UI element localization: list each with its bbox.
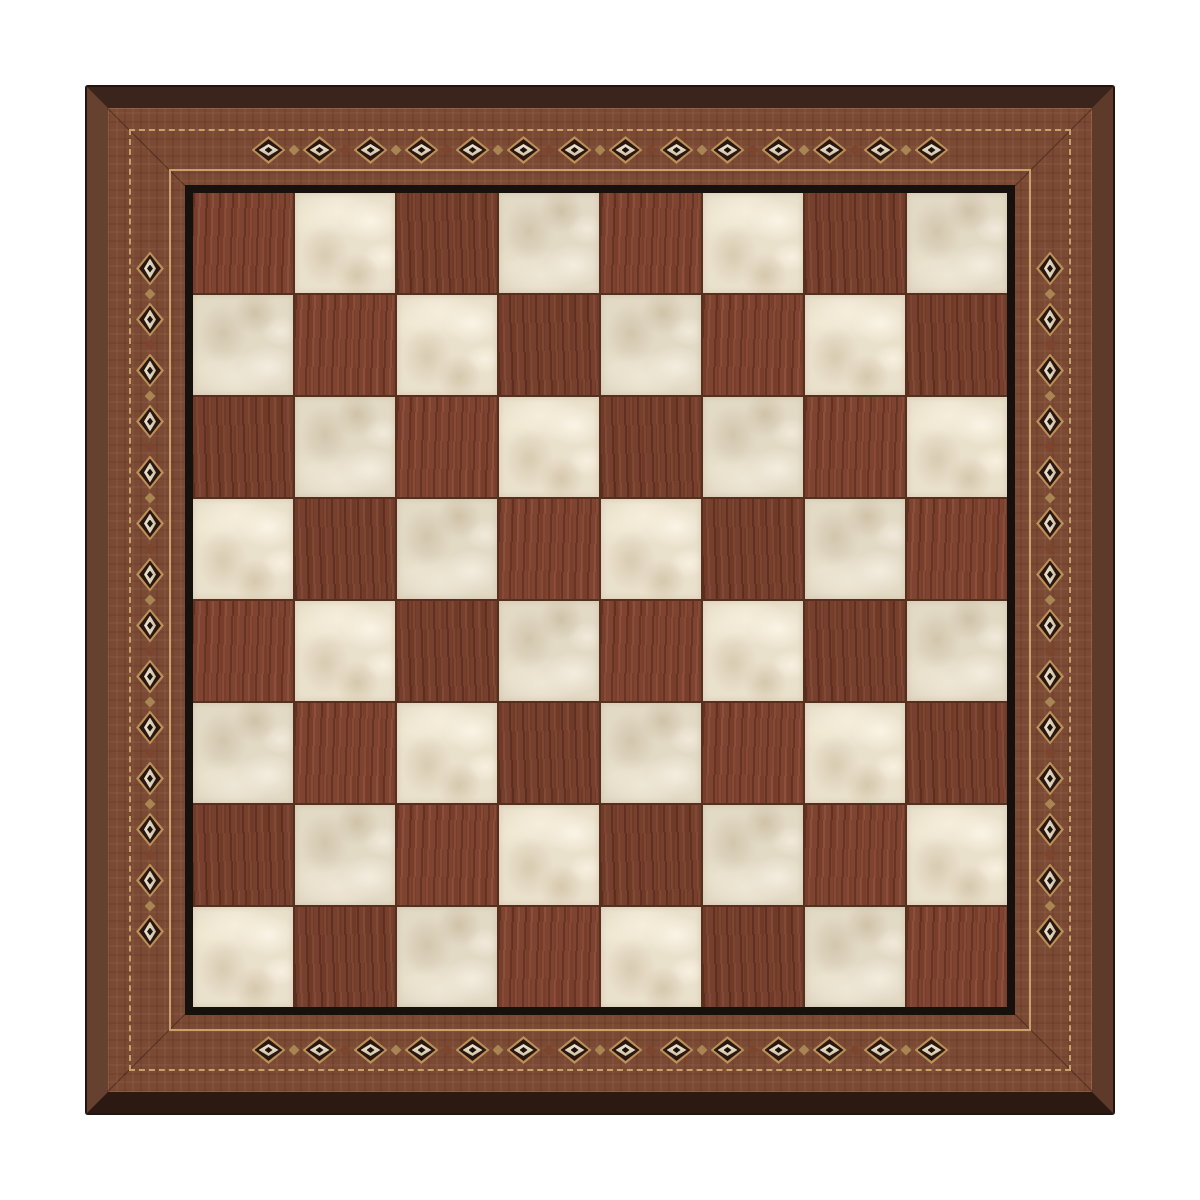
square-r5c6-light[interactable] [805,703,905,803]
square-r6c2-dark[interactable] [397,805,497,905]
square-r2c3-light[interactable] [499,397,599,497]
square-r1c3-dark[interactable] [499,295,599,395]
square-r3c1-dark[interactable] [295,499,395,599]
square-r6c7-light[interactable] [907,805,1007,905]
square-r0c1-light[interactable] [295,193,395,293]
squares-grid [193,193,1007,1007]
square-r5c3-dark[interactable] [499,703,599,803]
square-r2c7-light[interactable] [907,397,1007,497]
square-r6c3-light[interactable] [499,805,599,905]
square-r7c7-dark[interactable] [907,907,1007,1007]
square-r4c1-light[interactable] [295,601,395,701]
square-r2c0-dark[interactable] [193,397,293,497]
square-r2c4-dark[interactable] [601,397,701,497]
square-r7c2-light[interactable] [397,907,497,1007]
square-r4c7-light[interactable] [907,601,1007,701]
square-r2c1-light[interactable] [295,397,395,497]
square-r5c5-dark[interactable] [703,703,803,803]
square-r7c1-dark[interactable] [295,907,395,1007]
square-r1c1-dark[interactable] [295,295,395,395]
square-r5c0-light[interactable] [193,703,293,803]
square-r6c6-dark[interactable] [805,805,905,905]
square-r0c0-dark[interactable] [193,193,293,293]
square-r5c1-dark[interactable] [295,703,395,803]
square-r1c0-light[interactable] [193,295,293,395]
square-r4c5-light[interactable] [703,601,803,701]
square-r0c7-light[interactable] [907,193,1007,293]
square-r6c1-light[interactable] [295,805,395,905]
square-r1c7-dark[interactable] [907,295,1007,395]
square-r1c2-light[interactable] [397,295,497,395]
square-r3c5-dark[interactable] [703,499,803,599]
square-r6c4-dark[interactable] [601,805,701,905]
square-r1c6-light[interactable] [805,295,905,395]
square-r3c4-light[interactable] [601,499,701,599]
square-r0c2-dark[interactable] [397,193,497,293]
square-r7c3-dark[interactable] [499,907,599,1007]
square-r7c6-light[interactable] [805,907,905,1007]
square-r4c4-dark[interactable] [601,601,701,701]
square-r7c4-light[interactable] [601,907,701,1007]
square-r3c7-dark[interactable] [907,499,1007,599]
square-r2c2-dark[interactable] [397,397,497,497]
square-r4c2-dark[interactable] [397,601,497,701]
square-r7c0-light[interactable] [193,907,293,1007]
square-r5c7-dark[interactable] [907,703,1007,803]
square-r3c3-dark[interactable] [499,499,599,599]
square-r5c4-light[interactable] [601,703,701,803]
square-r4c0-dark[interactable] [193,601,293,701]
square-r6c5-light[interactable] [703,805,803,905]
square-r5c2-light[interactable] [397,703,497,803]
square-r6c0-dark[interactable] [193,805,293,905]
square-r1c4-light[interactable] [601,295,701,395]
square-r4c3-light[interactable] [499,601,599,701]
square-r3c0-light[interactable] [193,499,293,599]
square-r0c3-light[interactable] [499,193,599,293]
square-r2c5-light[interactable] [703,397,803,497]
chess-board [85,85,1115,1115]
square-r3c2-light[interactable] [397,499,497,599]
square-r1c5-dark[interactable] [703,295,803,395]
square-r2c6-dark[interactable] [805,397,905,497]
square-r7c5-dark[interactable] [703,907,803,1007]
square-r0c6-dark[interactable] [805,193,905,293]
square-r4c6-dark[interactable] [805,601,905,701]
square-r0c4-dark[interactable] [601,193,701,293]
square-r0c5-light[interactable] [703,193,803,293]
square-r3c6-light[interactable] [805,499,905,599]
